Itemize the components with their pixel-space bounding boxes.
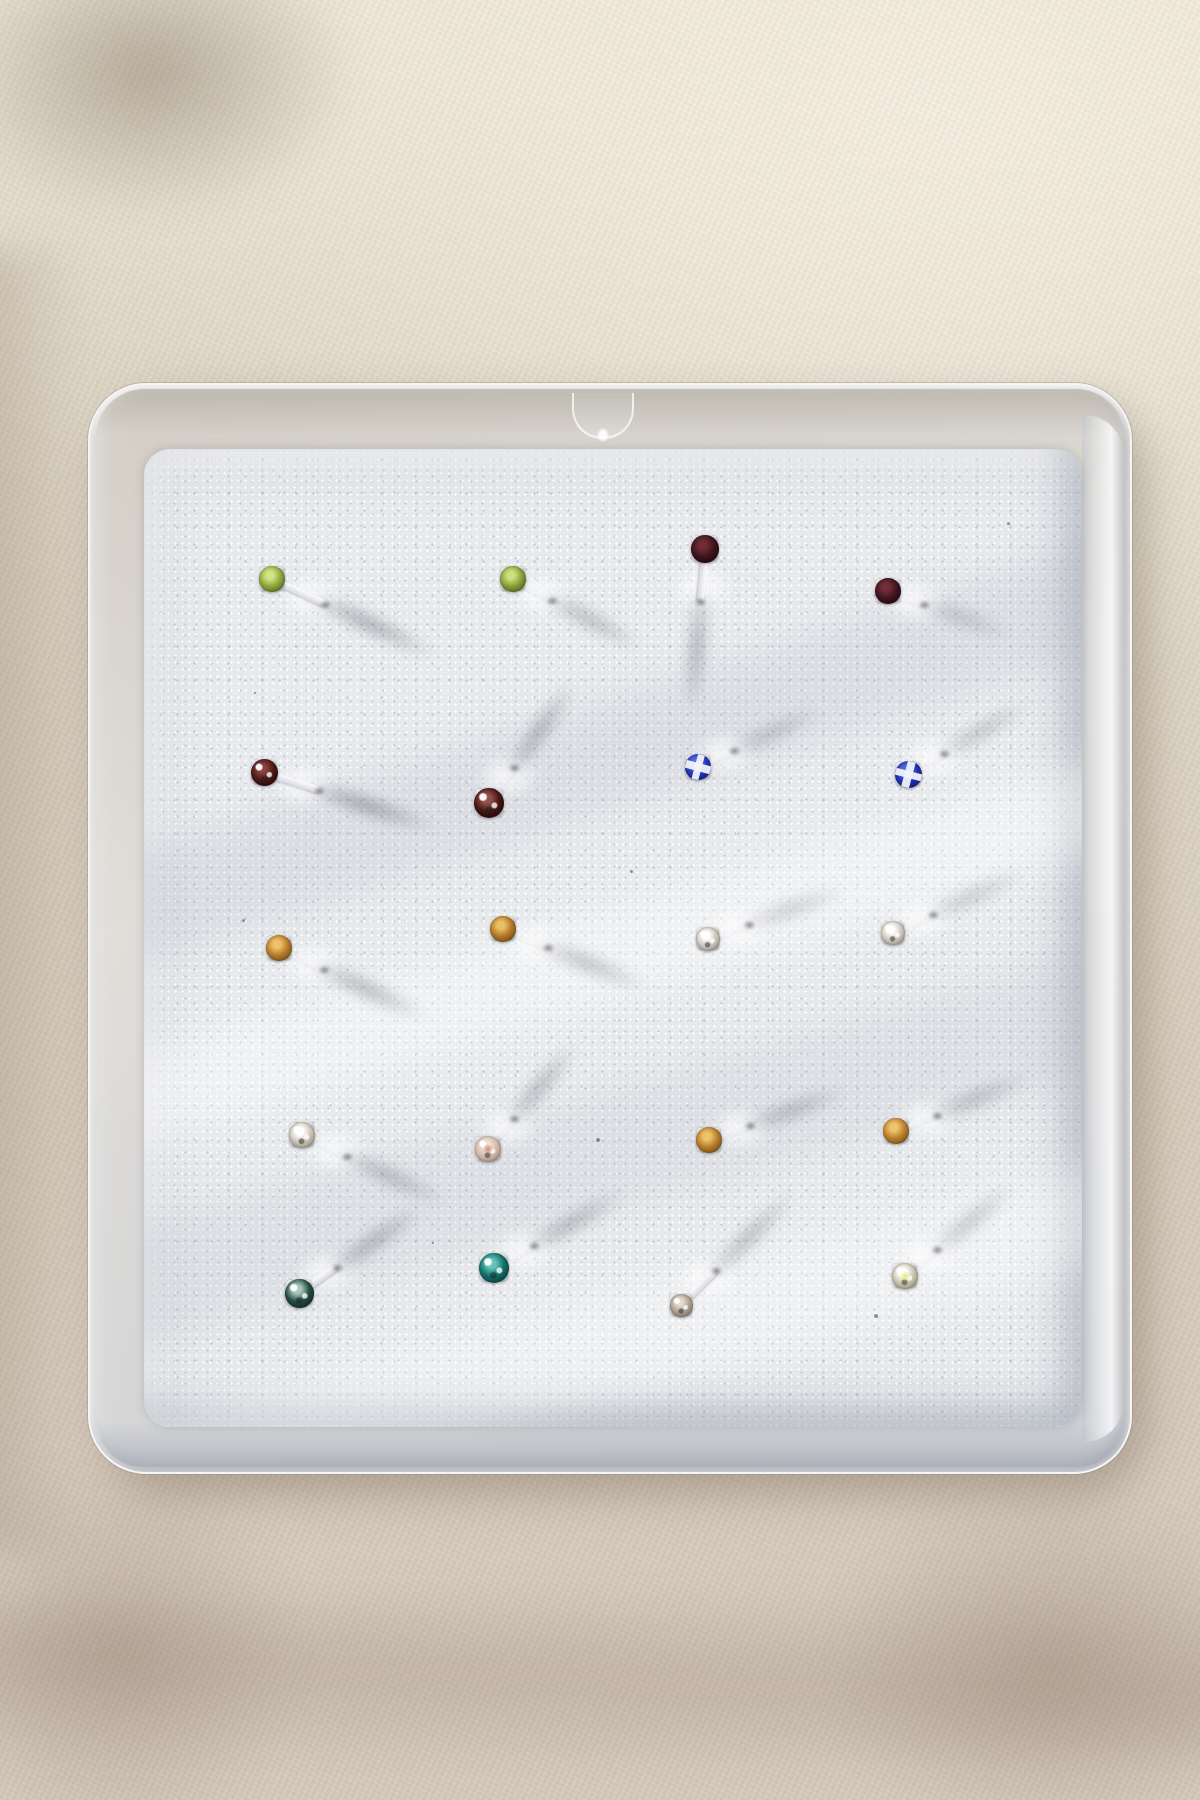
facet-sparkle-overlay [696, 927, 720, 951]
foam-insert [144, 449, 1082, 1427]
foam-sheen-band [144, 461, 1082, 967]
gem-peridot-green [500, 566, 526, 592]
display-box [88, 383, 1132, 1474]
box-rim-right [1082, 415, 1124, 1442]
gem-citrine-amber [266, 935, 292, 961]
gem-setting [881, 921, 905, 945]
foam-hole [918, 600, 931, 610]
foam-hole [931, 1111, 944, 1121]
gem-setting [475, 1136, 501, 1162]
gem-setting [685, 754, 711, 780]
foam-speck [596, 1138, 600, 1142]
facet-sparkle-overlay [474, 788, 504, 818]
product-photo-nose-stud-box [0, 0, 1200, 1800]
gem-setting [696, 1127, 722, 1153]
fabric-fold [820, 1480, 1200, 1800]
foam-hole [528, 1241, 541, 1251]
gem-citrine-amber [490, 916, 516, 942]
gem-citrine-amber [883, 1118, 909, 1144]
facet-sparkle-overlay [289, 1122, 315, 1148]
facet-sparkle-overlay [479, 1253, 509, 1283]
box-rim-bottom [98, 1423, 1122, 1467]
foam-hole [546, 596, 559, 606]
fabric-fold [0, 250, 80, 1550]
gem-setting [883, 1118, 909, 1144]
gem-core-tint [899, 1270, 910, 1281]
pin-shadow-streak [299, 949, 431, 1028]
gem-setting [474, 788, 504, 818]
gem-setting [251, 759, 278, 786]
facet-sparkle-overlay [881, 921, 905, 945]
gem-setting [490, 916, 516, 942]
gem-setting [289, 1122, 315, 1148]
foam-hole [331, 1263, 344, 1273]
facet-sparkle-overlay [670, 1294, 693, 1317]
gem-citrine-amber [696, 1127, 722, 1153]
fabric-fold [0, 1450, 300, 1800]
gem-setting [696, 927, 720, 951]
gem-setting [479, 1253, 509, 1283]
gem-dark-garnet [691, 535, 719, 563]
gem-setting [691, 535, 719, 563]
pin-shadow-streak [529, 580, 649, 659]
gem-setting [875, 578, 901, 604]
gem-setting [895, 761, 922, 788]
pin-shadow-streak [510, 1181, 632, 1265]
fabric-fold [0, 0, 360, 220]
gem-setting [259, 566, 285, 592]
pin-shadow-streak [296, 582, 442, 667]
foam-speck [1007, 522, 1010, 525]
gem-setting [670, 1294, 693, 1317]
foam-speck [874, 1314, 878, 1318]
foam-hole [710, 1266, 723, 1276]
foam-speck [254, 692, 256, 694]
gem-setting [285, 1279, 314, 1308]
foam-hole [542, 943, 555, 953]
pin-shadow-streak [922, 692, 1038, 773]
foam-speck [242, 919, 245, 922]
facet-sparkle-overlay [285, 1279, 314, 1308]
gem-peridot-green [259, 566, 285, 592]
gem-setting [500, 566, 526, 592]
foam-hole [319, 600, 332, 610]
gem-setting [266, 935, 292, 961]
gem-core-tint [482, 1143, 493, 1154]
pin-shadow-streak [322, 1136, 454, 1215]
gem-dark-garnet [875, 578, 901, 604]
fabric-fold [0, 1600, 1200, 1760]
foam-hole [313, 786, 326, 796]
foam-speck [630, 870, 633, 873]
facet-sparkle-overlay [251, 759, 278, 786]
foam-speck [432, 1242, 434, 1244]
gem-setting [892, 1263, 918, 1289]
